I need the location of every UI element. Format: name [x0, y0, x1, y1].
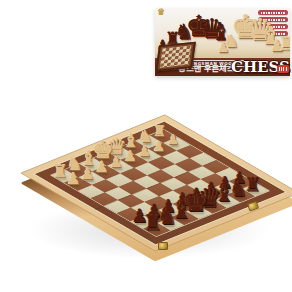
pieces-layer: ♜♞♟♝♟♛♟♚♟♝♟♞♟♜♟♟♟♟♜♟♞♟♝♟♛♟♚♟♝♟♞♜	[0, 85, 292, 292]
mini-board-thumbnail	[155, 42, 195, 72]
crown-logo-icon: ♛	[157, 8, 165, 17]
product-photo-canvas: ♛ ♟♜♞♚♛♝♟♞♚♛♝♟♜ KINGSMAN WOODEN 킹스맨 우든체스…	[0, 0, 292, 292]
piece-black-rook: ♜	[133, 212, 173, 234]
piece-white-pawn: ♟	[53, 171, 93, 187]
chess-box: ♛ ♟♜♞♚♛♝♟♞♚♛♝♟♜ KINGSMAN WOODEN 킹스맨 우든체스…	[155, 8, 290, 76]
board-photo: ♜♞♟♝♟♛♟♚♟♝♟♞♟♜♟♟♟♟♜♟♞♟♝♟♛♟♚♟♝♟♞♜	[0, 85, 292, 292]
mini-board-checker	[160, 46, 192, 68]
box-art-light-rook: ♜	[278, 34, 290, 53]
brand-logo-badge	[277, 65, 289, 74]
